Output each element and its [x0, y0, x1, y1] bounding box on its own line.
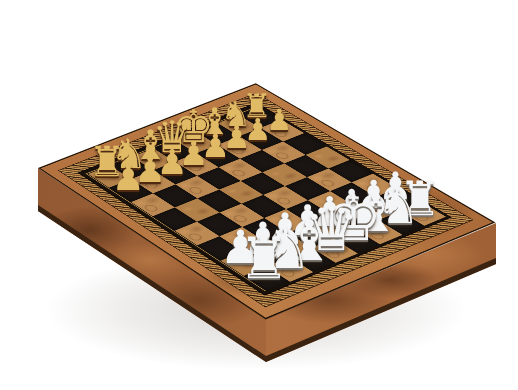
chess-set-photo: ♜♞♟♝♟♚♟♛♟♝♟♞♟♜♟♟♟♟♜♟♞♟♝♟♚♟♛♟♝♟♞♜ [0, 0, 518, 390]
